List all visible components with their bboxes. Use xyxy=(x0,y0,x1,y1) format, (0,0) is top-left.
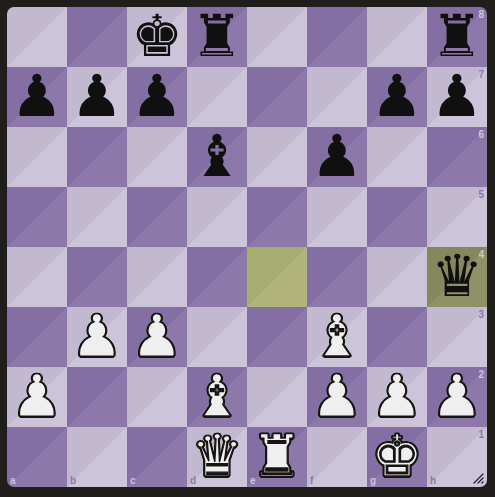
square-b8[interactable] xyxy=(67,7,127,67)
square-h3[interactable]: 3 xyxy=(427,307,487,367)
square-h5[interactable]: 5 xyxy=(427,187,487,247)
square-a6[interactable] xyxy=(7,127,67,187)
piece-black-rook[interactable]: ♜ xyxy=(427,7,487,67)
square-b6[interactable] xyxy=(67,127,127,187)
file-label-b: b xyxy=(70,475,76,486)
square-b5[interactable] xyxy=(67,187,127,247)
square-c6[interactable] xyxy=(127,127,187,187)
square-g1[interactable]: ♚g xyxy=(367,427,427,487)
square-c7[interactable]: ♟ xyxy=(127,67,187,127)
piece-black-pawn[interactable]: ♟ xyxy=(367,67,427,127)
square-e8[interactable] xyxy=(247,7,307,67)
piece-white-queen[interactable]: ♛ xyxy=(187,427,247,487)
square-h7[interactable]: ♟7 xyxy=(427,67,487,127)
chess-board: ♚♜♜8♟♟♟♟♟7♝♟65♛4♟♟♝3♟♝♟♟♟2abc♛d♜ef♚g1h xyxy=(7,7,487,487)
square-f4[interactable] xyxy=(307,247,367,307)
piece-white-pawn[interactable]: ♟ xyxy=(367,367,427,427)
square-c3[interactable]: ♟ xyxy=(127,307,187,367)
piece-white-bishop[interactable]: ♝ xyxy=(187,367,247,427)
rank-label-5: 5 xyxy=(478,189,484,200)
square-f7[interactable] xyxy=(307,67,367,127)
file-label-f: f xyxy=(310,475,313,486)
piece-white-pawn[interactable]: ♟ xyxy=(7,367,67,427)
square-b2[interactable] xyxy=(67,367,127,427)
piece-black-pawn[interactable]: ♟ xyxy=(7,67,67,127)
square-d6[interactable]: ♝ xyxy=(187,127,247,187)
square-a4[interactable] xyxy=(7,247,67,307)
square-h4[interactable]: ♛4 xyxy=(427,247,487,307)
square-b7[interactable]: ♟ xyxy=(67,67,127,127)
piece-black-pawn[interactable]: ♟ xyxy=(307,127,367,187)
piece-black-rook[interactable]: ♜ xyxy=(187,7,247,67)
square-f5[interactable] xyxy=(307,187,367,247)
square-e4[interactable] xyxy=(247,247,307,307)
square-h2[interactable]: ♟2 xyxy=(427,367,487,427)
square-e6[interactable] xyxy=(247,127,307,187)
piece-white-rook[interactable]: ♜ xyxy=(247,427,307,487)
piece-black-pawn[interactable]: ♟ xyxy=(427,67,487,127)
square-a8[interactable] xyxy=(7,7,67,67)
square-c2[interactable] xyxy=(127,367,187,427)
square-e7[interactable] xyxy=(247,67,307,127)
rank-label-1: 1 xyxy=(478,429,484,440)
square-g5[interactable] xyxy=(367,187,427,247)
square-c1[interactable]: c xyxy=(127,427,187,487)
square-e3[interactable] xyxy=(247,307,307,367)
piece-black-pawn[interactable]: ♟ xyxy=(67,67,127,127)
file-label-h: h xyxy=(430,475,436,486)
square-b3[interactable]: ♟ xyxy=(67,307,127,367)
square-d5[interactable] xyxy=(187,187,247,247)
square-e1[interactable]: ♜e xyxy=(247,427,307,487)
piece-black-pawn[interactable]: ♟ xyxy=(127,67,187,127)
rank-label-3: 3 xyxy=(478,309,484,320)
page-background: { "game": "chess", "position": { "fen": … xyxy=(0,0,495,497)
square-c8[interactable]: ♚ xyxy=(127,7,187,67)
square-d1[interactable]: ♛d xyxy=(187,427,247,487)
square-d7[interactable] xyxy=(187,67,247,127)
square-f8[interactable] xyxy=(307,7,367,67)
piece-white-king[interactable]: ♚ xyxy=(367,427,427,487)
square-g6[interactable] xyxy=(367,127,427,187)
square-a2[interactable]: ♟ xyxy=(7,367,67,427)
square-b4[interactable] xyxy=(67,247,127,307)
square-h6[interactable]: 6 xyxy=(427,127,487,187)
square-d8[interactable]: ♜ xyxy=(187,7,247,67)
piece-white-pawn[interactable]: ♟ xyxy=(307,367,367,427)
square-f3[interactable]: ♝ xyxy=(307,307,367,367)
square-g2[interactable]: ♟ xyxy=(367,367,427,427)
square-g7[interactable]: ♟ xyxy=(367,67,427,127)
square-g4[interactable] xyxy=(367,247,427,307)
board-resize-handle-icon[interactable] xyxy=(470,470,486,486)
square-h8[interactable]: ♜8 xyxy=(427,7,487,67)
piece-white-bishop[interactable]: ♝ xyxy=(307,307,367,367)
piece-white-pawn[interactable]: ♟ xyxy=(127,307,187,367)
square-d4[interactable] xyxy=(187,247,247,307)
file-label-a: a xyxy=(10,475,16,486)
piece-black-queen[interactable]: ♛ xyxy=(427,247,487,307)
square-c4[interactable] xyxy=(127,247,187,307)
file-label-c: c xyxy=(130,475,136,486)
square-f6[interactable]: ♟ xyxy=(307,127,367,187)
square-a5[interactable] xyxy=(7,187,67,247)
square-g3[interactable] xyxy=(367,307,427,367)
piece-white-pawn[interactable]: ♟ xyxy=(427,367,487,427)
square-e5[interactable] xyxy=(247,187,307,247)
rank-label-6: 6 xyxy=(478,129,484,140)
square-e2[interactable] xyxy=(247,367,307,427)
square-d3[interactable] xyxy=(187,307,247,367)
square-d2[interactable]: ♝ xyxy=(187,367,247,427)
square-f2[interactable]: ♟ xyxy=(307,367,367,427)
piece-black-bishop[interactable]: ♝ xyxy=(187,127,247,187)
square-a3[interactable] xyxy=(7,307,67,367)
piece-black-king[interactable]: ♚ xyxy=(127,7,187,67)
piece-white-pawn[interactable]: ♟ xyxy=(67,307,127,367)
square-c5[interactable] xyxy=(127,187,187,247)
square-a7[interactable]: ♟ xyxy=(7,67,67,127)
square-a1[interactable]: a xyxy=(7,427,67,487)
square-g8[interactable] xyxy=(367,7,427,67)
square-f1[interactable]: f xyxy=(307,427,367,487)
square-b1[interactable]: b xyxy=(67,427,127,487)
